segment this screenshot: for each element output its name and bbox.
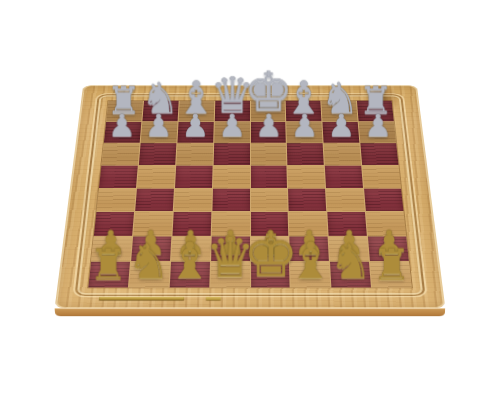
square-g6[interactable] [324,143,361,165]
square-d5[interactable] [213,165,250,187]
square-h5[interactable] [362,165,401,187]
brass-plaque [98,297,184,301]
square-g4[interactable] [326,188,365,211]
square-c6[interactable] [176,143,213,165]
board-front-edge [55,308,446,316]
square-f6[interactable] [287,143,324,165]
playing-area: ♜♞♝♛♚♝♞♜♟♟♟♟♟♟♟♟♟♟♟♟♟♟♟♟♜♞♝♛♚♝♞♜ [88,101,411,288]
square-a5[interactable] [99,165,138,187]
square-e5[interactable] [250,165,287,187]
square-c4[interactable] [173,188,211,211]
square-b5[interactable] [137,165,175,187]
brass-emblem [205,297,221,301]
square-d6[interactable] [213,143,249,165]
piece-silver-pawn-h7[interactable]: ♟ [347,110,410,141]
square-h1[interactable]: ♜ [370,262,412,288]
square-d4[interactable] [212,188,249,211]
square-b6[interactable] [139,143,176,165]
board-scene: ♜♞♝♛♚♝♞♜♟♟♟♟♟♟♟♟♟♟♟♟♟♟♟♟♜♞♝♛♚♝♞♜ [70,8,430,368]
product-photo: ♜♞♝♛♚♝♞♜♟♟♟♟♟♟♟♟♟♟♟♟♟♟♟♟♜♞♝♛♚♝♞♜ [0,0,500,400]
square-f4[interactable] [288,188,326,211]
square-c5[interactable] [175,165,212,187]
square-a6[interactable] [101,143,139,165]
chess-board: ♜♞♝♛♚♝♞♜♟♟♟♟♟♟♟♟♟♟♟♟♟♟♟♟♜♞♝♛♚♝♞♜ [55,85,446,308]
square-e6[interactable] [250,143,286,165]
square-b4[interactable] [135,188,174,211]
piece-gold-rook-h1[interactable]: ♜ [357,243,426,286]
square-h6[interactable] [360,143,398,165]
square-a4[interactable] [96,188,135,211]
square-h4[interactable] [364,188,403,211]
square-h7[interactable]: ♟ [359,122,396,143]
square-e4[interactable] [251,188,288,211]
square-f5[interactable] [288,165,325,187]
board-frame: ♜♞♝♛♚♝♞♜♟♟♟♟♟♟♟♟♟♟♟♟♟♟♟♟♜♞♝♛♚♝♞♜ [55,85,446,308]
square-g5[interactable] [325,165,363,187]
